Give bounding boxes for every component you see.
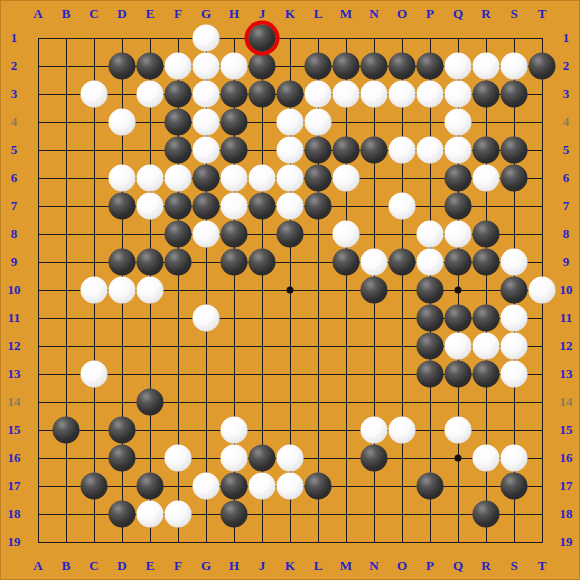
stone-white-N3 xyxy=(361,81,388,108)
stone-white-P5 xyxy=(417,137,444,164)
row-label-right-8: 8 xyxy=(563,226,570,242)
stone-black-J3 xyxy=(249,81,276,108)
row-label-left-18: 18 xyxy=(8,506,21,522)
stone-black-Q11 xyxy=(445,305,472,332)
stone-black-D2 xyxy=(109,53,136,80)
stone-black-K3 xyxy=(277,81,304,108)
row-label-left-4: 4 xyxy=(11,114,18,130)
stone-white-G1 xyxy=(193,25,220,52)
column-label-bottom-A: A xyxy=(33,558,42,574)
star-point-K10 xyxy=(287,287,294,294)
stone-black-S6 xyxy=(501,165,528,192)
row-label-left-7: 7 xyxy=(11,198,18,214)
stone-white-G8 xyxy=(193,221,220,248)
stone-white-N15 xyxy=(361,417,388,444)
stone-black-G6 xyxy=(193,165,220,192)
grid-line-vertical xyxy=(402,38,403,543)
stone-white-F18 xyxy=(165,501,192,528)
stone-white-E18 xyxy=(137,501,164,528)
column-label-bottom-E: E xyxy=(146,558,155,574)
column-label-top-S: S xyxy=(510,6,517,22)
row-label-right-12: 12 xyxy=(560,338,573,354)
stone-white-Q2 xyxy=(445,53,472,80)
stone-white-M3 xyxy=(333,81,360,108)
stone-white-K6 xyxy=(277,165,304,192)
column-label-top-K: K xyxy=(285,6,295,22)
stone-white-P8 xyxy=(417,221,444,248)
stone-black-D7 xyxy=(109,193,136,220)
stone-white-O15 xyxy=(389,417,416,444)
row-label-right-2: 2 xyxy=(563,58,570,74)
stone-black-M5 xyxy=(333,137,360,164)
star-point-Q16 xyxy=(455,455,462,462)
stone-white-G5 xyxy=(193,137,220,164)
grid-line-horizontal xyxy=(38,402,543,403)
column-label-bottom-B: B xyxy=(62,558,71,574)
star-point-Q10 xyxy=(455,287,462,294)
stone-white-Q12 xyxy=(445,333,472,360)
row-label-right-16: 16 xyxy=(560,450,573,466)
stone-white-F6 xyxy=(165,165,192,192)
row-label-right-4: 4 xyxy=(563,114,570,130)
stone-white-E3 xyxy=(137,81,164,108)
column-label-top-O: O xyxy=(397,6,407,22)
stone-black-L7 xyxy=(305,193,332,220)
stone-white-R12 xyxy=(473,333,500,360)
stone-black-J2 xyxy=(249,53,276,80)
row-label-right-18: 18 xyxy=(560,506,573,522)
stone-black-E9 xyxy=(137,249,164,276)
stone-black-T2 xyxy=(529,53,556,80)
stone-black-J9 xyxy=(249,249,276,276)
stone-white-P9 xyxy=(417,249,444,276)
stone-black-N2 xyxy=(361,53,388,80)
row-label-left-11: 11 xyxy=(8,310,20,326)
stone-white-H15 xyxy=(221,417,248,444)
stone-white-D6 xyxy=(109,165,136,192)
stone-black-M9 xyxy=(333,249,360,276)
stone-white-S12 xyxy=(501,333,528,360)
stone-white-L3 xyxy=(305,81,332,108)
stone-black-R9 xyxy=(473,249,500,276)
column-label-top-F: F xyxy=(174,6,182,22)
column-label-top-J: J xyxy=(259,6,266,22)
stone-white-K4 xyxy=(277,109,304,136)
stone-black-P11 xyxy=(417,305,444,332)
stone-white-C3 xyxy=(81,81,108,108)
go-board-window: AABBCCDDEEFFGGHHJJKKLLMMNNOOPPQQRRSSTT11… xyxy=(0,0,580,580)
column-label-bottom-G: G xyxy=(201,558,211,574)
stone-black-H3 xyxy=(221,81,248,108)
stone-white-D10 xyxy=(109,277,136,304)
stone-black-R5 xyxy=(473,137,500,164)
grid-line-horizontal xyxy=(38,542,543,543)
row-label-left-2: 2 xyxy=(11,58,18,74)
row-label-right-19: 19 xyxy=(560,534,573,550)
row-label-right-13: 13 xyxy=(560,366,573,382)
stone-white-R6 xyxy=(473,165,500,192)
goban-grid[interactable]: AABBCCDDEEFFGGHHJJKKLLMMNNOOPPQQRRSSTT11… xyxy=(0,0,580,580)
stone-white-G4 xyxy=(193,109,220,136)
stone-black-S3 xyxy=(501,81,528,108)
stone-black-S10 xyxy=(501,277,528,304)
column-label-bottom-F: F xyxy=(174,558,182,574)
column-label-bottom-K: K xyxy=(285,558,295,574)
stone-black-H4 xyxy=(221,109,248,136)
row-label-right-11: 11 xyxy=(560,310,572,326)
stone-black-L17 xyxy=(305,473,332,500)
row-label-left-3: 3 xyxy=(11,86,18,102)
column-label-top-L: L xyxy=(314,6,323,22)
row-label-left-9: 9 xyxy=(11,254,18,270)
stone-black-F9 xyxy=(165,249,192,276)
stone-black-C17 xyxy=(81,473,108,500)
stone-white-Q8 xyxy=(445,221,472,248)
stone-white-T10 xyxy=(529,277,556,304)
column-label-top-E: E xyxy=(146,6,155,22)
stone-white-H2 xyxy=(221,53,248,80)
column-label-bottom-M: M xyxy=(340,558,352,574)
column-label-top-B: B xyxy=(62,6,71,22)
stone-white-O7 xyxy=(389,193,416,220)
stone-white-Q4 xyxy=(445,109,472,136)
row-label-right-1: 1 xyxy=(563,30,570,46)
stone-white-H16 xyxy=(221,445,248,472)
stone-black-P13 xyxy=(417,361,444,388)
stone-black-E17 xyxy=(137,473,164,500)
stone-black-F4 xyxy=(165,109,192,136)
stone-white-C13 xyxy=(81,361,108,388)
stone-black-L5 xyxy=(305,137,332,164)
stone-white-P3 xyxy=(417,81,444,108)
column-label-top-G: G xyxy=(201,6,211,22)
stone-white-K17 xyxy=(277,473,304,500)
column-label-top-C: C xyxy=(89,6,98,22)
stone-white-H6 xyxy=(221,165,248,192)
row-label-left-15: 15 xyxy=(8,422,21,438)
stone-white-K5 xyxy=(277,137,304,164)
row-label-right-9: 9 xyxy=(563,254,570,270)
stone-black-R13 xyxy=(473,361,500,388)
stone-white-S16 xyxy=(501,445,528,472)
stone-white-O5 xyxy=(389,137,416,164)
stone-black-F5 xyxy=(165,137,192,164)
row-label-left-12: 12 xyxy=(8,338,21,354)
row-label-left-17: 17 xyxy=(8,478,21,494)
stone-black-N16 xyxy=(361,445,388,472)
stone-black-F8 xyxy=(165,221,192,248)
stone-black-H8 xyxy=(221,221,248,248)
stone-black-R11 xyxy=(473,305,500,332)
column-label-top-N: N xyxy=(369,6,378,22)
column-label-bottom-J: J xyxy=(259,558,266,574)
stone-white-G3 xyxy=(193,81,220,108)
row-label-right-14: 14 xyxy=(560,394,573,410)
row-label-right-10: 10 xyxy=(560,282,573,298)
column-label-top-H: H xyxy=(229,6,239,22)
stone-black-N5 xyxy=(361,137,388,164)
stone-white-Q15 xyxy=(445,417,472,444)
stone-black-O2 xyxy=(389,53,416,80)
column-label-bottom-Q: Q xyxy=(453,558,463,574)
stone-white-S13 xyxy=(501,361,528,388)
stone-black-F3 xyxy=(165,81,192,108)
stone-white-G11 xyxy=(193,305,220,332)
stone-black-H9 xyxy=(221,249,248,276)
stone-black-J16 xyxy=(249,445,276,472)
stone-white-R16 xyxy=(473,445,500,472)
stone-black-R8 xyxy=(473,221,500,248)
column-label-bottom-L: L xyxy=(314,558,323,574)
stone-black-H17 xyxy=(221,473,248,500)
stone-white-G2 xyxy=(193,53,220,80)
stone-black-D16 xyxy=(109,445,136,472)
row-label-left-16: 16 xyxy=(8,450,21,466)
stone-black-P12 xyxy=(417,333,444,360)
stone-black-S5 xyxy=(501,137,528,164)
row-label-right-3: 3 xyxy=(563,86,570,102)
column-label-bottom-T: T xyxy=(538,558,547,574)
stone-white-F2 xyxy=(165,53,192,80)
stone-black-S17 xyxy=(501,473,528,500)
column-label-bottom-D: D xyxy=(117,558,126,574)
grid-line-vertical xyxy=(346,38,347,543)
stone-black-B15 xyxy=(53,417,80,444)
column-label-bottom-H: H xyxy=(229,558,239,574)
stone-black-H18 xyxy=(221,501,248,528)
stone-white-J17 xyxy=(249,473,276,500)
row-label-left-13: 13 xyxy=(8,366,21,382)
column-label-top-T: T xyxy=(538,6,547,22)
stone-black-D15 xyxy=(109,417,136,444)
stone-white-G17 xyxy=(193,473,220,500)
stone-black-P2 xyxy=(417,53,444,80)
stone-black-Q6 xyxy=(445,165,472,192)
column-label-bottom-C: C xyxy=(89,558,98,574)
stone-black-J1 xyxy=(249,25,276,52)
stone-black-E2 xyxy=(137,53,164,80)
stone-white-Q3 xyxy=(445,81,472,108)
stone-white-E7 xyxy=(137,193,164,220)
stone-black-M2 xyxy=(333,53,360,80)
stone-white-N9 xyxy=(361,249,388,276)
column-label-bottom-O: O xyxy=(397,558,407,574)
stone-white-Q5 xyxy=(445,137,472,164)
stone-black-F7 xyxy=(165,193,192,220)
stone-black-G7 xyxy=(193,193,220,220)
stone-white-L4 xyxy=(305,109,332,136)
stone-white-R2 xyxy=(473,53,500,80)
stone-white-K16 xyxy=(277,445,304,472)
stone-black-L6 xyxy=(305,165,332,192)
stone-white-S9 xyxy=(501,249,528,276)
stone-white-C10 xyxy=(81,277,108,304)
column-label-top-D: D xyxy=(117,6,126,22)
stone-black-Q13 xyxy=(445,361,472,388)
column-label-bottom-S: S xyxy=(510,558,517,574)
stone-black-P10 xyxy=(417,277,444,304)
stone-white-M8 xyxy=(333,221,360,248)
stone-black-H5 xyxy=(221,137,248,164)
column-label-top-P: P xyxy=(426,6,434,22)
column-label-top-M: M xyxy=(340,6,352,22)
column-label-bottom-R: R xyxy=(481,558,490,574)
stone-white-E6 xyxy=(137,165,164,192)
row-label-left-5: 5 xyxy=(11,142,18,158)
row-label-right-15: 15 xyxy=(560,422,573,438)
stone-white-O3 xyxy=(389,81,416,108)
stone-black-Q9 xyxy=(445,249,472,276)
stone-black-D18 xyxy=(109,501,136,528)
stone-white-F16 xyxy=(165,445,192,472)
stone-black-E14 xyxy=(137,389,164,416)
stone-black-L2 xyxy=(305,53,332,80)
row-label-left-6: 6 xyxy=(11,170,18,186)
stone-white-K7 xyxy=(277,193,304,220)
stone-white-E10 xyxy=(137,277,164,304)
stone-white-M6 xyxy=(333,165,360,192)
stone-white-H7 xyxy=(221,193,248,220)
stone-white-S11 xyxy=(501,305,528,332)
stone-white-D4 xyxy=(109,109,136,136)
stone-black-Q7 xyxy=(445,193,472,220)
stone-white-J6 xyxy=(249,165,276,192)
column-label-bottom-P: P xyxy=(426,558,434,574)
row-label-right-7: 7 xyxy=(563,198,570,214)
row-label-right-17: 17 xyxy=(560,478,573,494)
row-label-right-6: 6 xyxy=(563,170,570,186)
column-label-top-A: A xyxy=(33,6,42,22)
stone-black-D9 xyxy=(109,249,136,276)
column-label-top-R: R xyxy=(481,6,490,22)
column-label-top-Q: Q xyxy=(453,6,463,22)
stone-black-R18 xyxy=(473,501,500,528)
stone-black-J7 xyxy=(249,193,276,220)
stone-black-P17 xyxy=(417,473,444,500)
stone-black-O9 xyxy=(389,249,416,276)
row-label-left-10: 10 xyxy=(8,282,21,298)
column-label-bottom-N: N xyxy=(369,558,378,574)
stone-black-R3 xyxy=(473,81,500,108)
stone-black-K8 xyxy=(277,221,304,248)
row-label-left-19: 19 xyxy=(8,534,21,550)
row-label-left-14: 14 xyxy=(8,394,21,410)
row-label-right-5: 5 xyxy=(563,142,570,158)
stone-black-N10 xyxy=(361,277,388,304)
row-label-left-1: 1 xyxy=(11,30,18,46)
row-label-left-8: 8 xyxy=(11,226,18,242)
stone-white-S2 xyxy=(501,53,528,80)
